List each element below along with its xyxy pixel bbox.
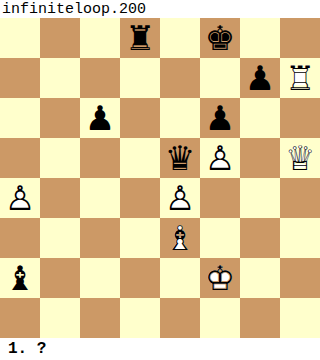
square-b6[interactable] (40, 98, 80, 138)
square-a5[interactable] (0, 138, 40, 178)
puzzle-title: infiniteloop.200 (0, 0, 320, 18)
square-a2[interactable]: ♝ (0, 258, 40, 298)
black-pawn-piece[interactable]: ♟ (240, 58, 280, 98)
black-pawn-piece[interactable]: ♟ (200, 98, 240, 138)
square-e6[interactable] (160, 98, 200, 138)
square-e2[interactable] (160, 258, 200, 298)
piece-glyph: ♟ (80, 98, 120, 138)
square-b3[interactable] (40, 218, 80, 258)
square-a6[interactable] (0, 98, 40, 138)
square-h7[interactable]: ♜♖ (280, 58, 320, 98)
piece-glyph: ♟ (240, 58, 280, 98)
piece-glyph: ♔ (200, 258, 240, 298)
square-g1[interactable] (240, 298, 280, 338)
square-a8[interactable] (0, 18, 40, 58)
square-e5[interactable]: ♛ (160, 138, 200, 178)
piece-glyph: ♙ (0, 178, 40, 218)
square-h3[interactable] (280, 218, 320, 258)
piece-glyph: ♖ (280, 58, 320, 98)
square-h8[interactable] (280, 18, 320, 58)
square-f4[interactable] (200, 178, 240, 218)
square-c1[interactable] (80, 298, 120, 338)
piece-glyph: ♚ (200, 18, 240, 58)
black-queen-piece[interactable]: ♛ (160, 138, 200, 178)
square-b7[interactable] (40, 58, 80, 98)
chess-board: ♜♚♟♜♖♟♟♛♟♙♛♕♟♙♟♙♝♗♝♚♔ (0, 18, 320, 338)
square-e3[interactable]: ♝♗ (160, 218, 200, 258)
square-d1[interactable] (120, 298, 160, 338)
square-c3[interactable] (80, 218, 120, 258)
black-bishop-piece[interactable]: ♝ (0, 258, 40, 298)
square-b4[interactable] (40, 178, 80, 218)
square-g2[interactable] (240, 258, 280, 298)
move-prompt: 1. ? (0, 338, 320, 360)
square-f5[interactable]: ♟♙ (200, 138, 240, 178)
square-d2[interactable] (120, 258, 160, 298)
white-rook-piece[interactable]: ♜♖ (280, 58, 320, 98)
square-b8[interactable] (40, 18, 80, 58)
piece-glyph: ♛ (160, 138, 200, 178)
square-f2[interactable]: ♚♔ (200, 258, 240, 298)
white-queen-piece[interactable]: ♛♕ (280, 138, 320, 178)
square-d7[interactable] (120, 58, 160, 98)
square-d8[interactable]: ♜ (120, 18, 160, 58)
square-b1[interactable] (40, 298, 80, 338)
square-b5[interactable] (40, 138, 80, 178)
square-c8[interactable] (80, 18, 120, 58)
white-pawn-piece[interactable]: ♟♙ (200, 138, 240, 178)
white-pawn-piece[interactable]: ♟♙ (0, 178, 40, 218)
square-a3[interactable] (0, 218, 40, 258)
square-g4[interactable] (240, 178, 280, 218)
square-a4[interactable]: ♟♙ (0, 178, 40, 218)
square-d4[interactable] (120, 178, 160, 218)
square-h2[interactable] (280, 258, 320, 298)
square-h6[interactable] (280, 98, 320, 138)
white-bishop-piece[interactable]: ♝♗ (160, 218, 200, 258)
piece-glyph: ♜ (120, 18, 160, 58)
square-d5[interactable] (120, 138, 160, 178)
square-f7[interactable] (200, 58, 240, 98)
square-f6[interactable]: ♟ (200, 98, 240, 138)
square-b2[interactable] (40, 258, 80, 298)
piece-glyph: ♙ (200, 138, 240, 178)
square-f1[interactable] (200, 298, 240, 338)
square-c5[interactable] (80, 138, 120, 178)
piece-glyph: ♟ (200, 98, 240, 138)
square-e1[interactable] (160, 298, 200, 338)
black-king-piece[interactable]: ♚ (200, 18, 240, 58)
square-e4[interactable]: ♟♙ (160, 178, 200, 218)
square-h1[interactable] (280, 298, 320, 338)
square-d6[interactable] (120, 98, 160, 138)
square-g3[interactable] (240, 218, 280, 258)
black-rook-piece[interactable]: ♜ (120, 18, 160, 58)
square-c7[interactable] (80, 58, 120, 98)
square-e8[interactable] (160, 18, 200, 58)
square-c4[interactable] (80, 178, 120, 218)
square-c2[interactable] (80, 258, 120, 298)
black-pawn-piece[interactable]: ♟ (80, 98, 120, 138)
square-d3[interactable] (120, 218, 160, 258)
white-king-piece[interactable]: ♚♔ (200, 258, 240, 298)
square-h5[interactable]: ♛♕ (280, 138, 320, 178)
square-c6[interactable]: ♟ (80, 98, 120, 138)
square-a7[interactable] (0, 58, 40, 98)
square-h4[interactable] (280, 178, 320, 218)
square-g5[interactable] (240, 138, 280, 178)
square-g8[interactable] (240, 18, 280, 58)
square-g7[interactable]: ♟ (240, 58, 280, 98)
piece-glyph: ♙ (160, 178, 200, 218)
piece-glyph: ♝ (0, 258, 40, 298)
white-pawn-piece[interactable]: ♟♙ (160, 178, 200, 218)
square-f3[interactable] (200, 218, 240, 258)
square-e7[interactable] (160, 58, 200, 98)
square-f8[interactable]: ♚ (200, 18, 240, 58)
piece-glyph: ♗ (160, 218, 200, 258)
square-a1[interactable] (0, 298, 40, 338)
piece-glyph: ♕ (280, 138, 320, 178)
square-g6[interactable] (240, 98, 280, 138)
